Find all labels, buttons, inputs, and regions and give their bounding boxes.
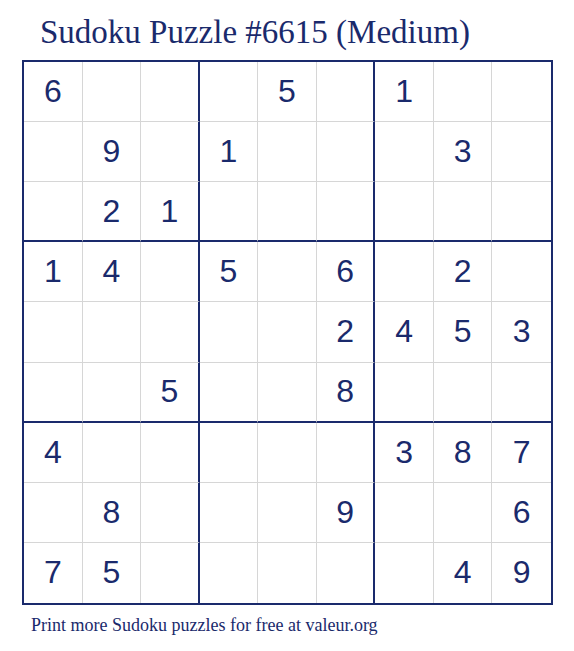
cell-r6c6[interactable]: 8 xyxy=(317,363,376,423)
cell-r4c1[interactable]: 1 xyxy=(24,242,83,302)
cell-r4c3[interactable] xyxy=(141,242,200,302)
cell-r4c7[interactable] xyxy=(375,242,434,302)
cell-r2c6[interactable] xyxy=(317,122,376,182)
cell-r1c6[interactable] xyxy=(317,62,376,122)
cell-r8c1[interactable] xyxy=(24,483,83,543)
cell-r1c3[interactable] xyxy=(141,62,200,122)
cell-r2c1[interactable] xyxy=(24,122,83,182)
cell-r9c7[interactable] xyxy=(375,543,434,603)
cell-r9c1[interactable]: 7 xyxy=(24,543,83,603)
cell-r5c1[interactable] xyxy=(24,302,83,362)
cell-r9c6[interactable] xyxy=(317,543,376,603)
cell-r9c4[interactable] xyxy=(200,543,259,603)
cell-r7c2[interactable] xyxy=(83,423,142,483)
cell-r1c8[interactable] xyxy=(434,62,493,122)
cell-r7c8[interactable]: 8 xyxy=(434,423,493,483)
page-title: Sudoku Puzzle #6615 (Medium) xyxy=(40,14,470,51)
cell-r6c3[interactable]: 5 xyxy=(141,363,200,423)
cell-r7c5[interactable] xyxy=(258,423,317,483)
cell-r8c6[interactable]: 9 xyxy=(317,483,376,543)
cell-r4c8[interactable]: 2 xyxy=(434,242,493,302)
cell-r1c2[interactable] xyxy=(83,62,142,122)
cell-r4c6[interactable]: 6 xyxy=(317,242,376,302)
cell-r8c3[interactable] xyxy=(141,483,200,543)
cell-r5c9[interactable]: 3 xyxy=(492,302,551,362)
cell-r6c7[interactable] xyxy=(375,363,434,423)
cell-r9c8[interactable]: 4 xyxy=(434,543,493,603)
cell-r2c2[interactable]: 9 xyxy=(83,122,142,182)
cell-r3c2[interactable]: 2 xyxy=(83,182,142,242)
cell-r7c1[interactable]: 4 xyxy=(24,423,83,483)
cell-r6c4[interactable] xyxy=(200,363,259,423)
cell-r3c4[interactable] xyxy=(200,182,259,242)
cell-r7c7[interactable]: 3 xyxy=(375,423,434,483)
cell-r2c8[interactable]: 3 xyxy=(434,122,493,182)
sudoku-page: Sudoku Puzzle #6615 (Medium) 65191321145… xyxy=(0,0,574,651)
cell-r2c5[interactable] xyxy=(258,122,317,182)
cell-r1c4[interactable] xyxy=(200,62,259,122)
cell-r8c9[interactable]: 6 xyxy=(492,483,551,543)
cell-r5c8[interactable]: 5 xyxy=(434,302,493,362)
cell-r6c8[interactable] xyxy=(434,363,493,423)
cell-r9c3[interactable] xyxy=(141,543,200,603)
cell-r8c4[interactable] xyxy=(200,483,259,543)
cell-r4c2[interactable]: 4 xyxy=(83,242,142,302)
cell-r4c9[interactable] xyxy=(492,242,551,302)
cell-r9c5[interactable] xyxy=(258,543,317,603)
cell-r7c3[interactable] xyxy=(141,423,200,483)
cell-r5c5[interactable] xyxy=(258,302,317,362)
cell-r3c6[interactable] xyxy=(317,182,376,242)
cell-r8c8[interactable] xyxy=(434,483,493,543)
cell-r2c3[interactable] xyxy=(141,122,200,182)
cell-r5c7[interactable]: 4 xyxy=(375,302,434,362)
cell-r3c3[interactable]: 1 xyxy=(141,182,200,242)
footer-credit: Print more Sudoku puzzles for free at va… xyxy=(31,615,378,636)
cell-r7c4[interactable] xyxy=(200,423,259,483)
sudoku-board: 651913211456224535843878967549 xyxy=(22,60,553,605)
cell-r6c9[interactable] xyxy=(492,363,551,423)
cell-r2c4[interactable]: 1 xyxy=(200,122,259,182)
cell-r3c5[interactable] xyxy=(258,182,317,242)
cell-r1c9[interactable] xyxy=(492,62,551,122)
cell-r3c7[interactable] xyxy=(375,182,434,242)
cell-r1c7[interactable]: 1 xyxy=(375,62,434,122)
cell-r5c3[interactable] xyxy=(141,302,200,362)
cell-r6c5[interactable] xyxy=(258,363,317,423)
cell-r6c2[interactable] xyxy=(83,363,142,423)
cell-r7c6[interactable] xyxy=(317,423,376,483)
cell-r9c2[interactable]: 5 xyxy=(83,543,142,603)
cell-r7c9[interactable]: 7 xyxy=(492,423,551,483)
cell-r2c7[interactable] xyxy=(375,122,434,182)
cell-r2c9[interactable] xyxy=(492,122,551,182)
cell-r3c1[interactable] xyxy=(24,182,83,242)
cell-r8c2[interactable]: 8 xyxy=(83,483,142,543)
cell-r3c9[interactable] xyxy=(492,182,551,242)
cell-r8c7[interactable] xyxy=(375,483,434,543)
cell-r6c1[interactable] xyxy=(24,363,83,423)
cell-r1c1[interactable]: 6 xyxy=(24,62,83,122)
cell-r1c5[interactable]: 5 xyxy=(258,62,317,122)
cell-r5c6[interactable]: 2 xyxy=(317,302,376,362)
cell-r5c2[interactable] xyxy=(83,302,142,362)
cell-r9c9[interactable]: 9 xyxy=(492,543,551,603)
cell-r3c8[interactable] xyxy=(434,182,493,242)
cell-r5c4[interactable] xyxy=(200,302,259,362)
cell-r8c5[interactable] xyxy=(258,483,317,543)
cell-r4c4[interactable]: 5 xyxy=(200,242,259,302)
cell-r4c5[interactable] xyxy=(258,242,317,302)
